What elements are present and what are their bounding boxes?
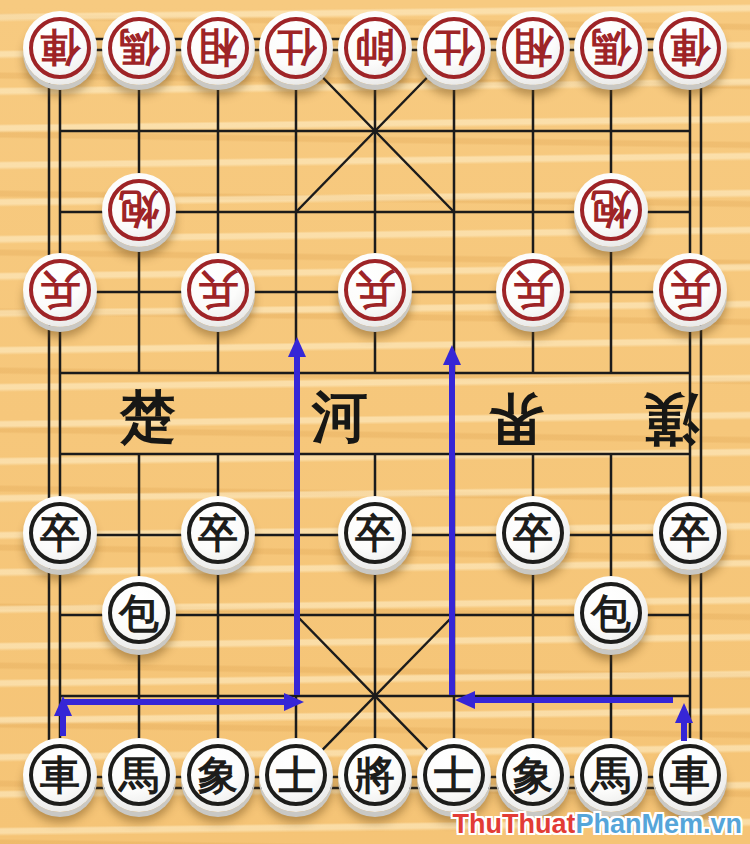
watermark-red-part: ThuThuat [452,809,575,839]
xiangqi-board: 楚 河 漢 界 俥傌相仕帥仕相傌俥炮炮兵兵兵兵兵卒卒卒卒卒包包車馬象士將士象馬車… [0,0,750,844]
move-arrows [0,0,750,844]
watermark: ThuThuatPhanMem.vn [452,809,742,840]
watermark-blue-part: PhanMem.vn [575,809,742,839]
